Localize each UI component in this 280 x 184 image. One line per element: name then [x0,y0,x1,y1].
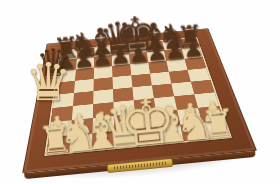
square-f7[interactable]: ♟ [147,51,167,63]
piece-white-king[interactable]: ♚ [117,89,179,157]
square-h7[interactable]: ♟ [182,47,203,59]
plaque-engraving [114,162,166,170]
square-e1[interactable]: ♚ [136,127,161,146]
spare-pieces-tray: ♛ ♛ [0,0,70,120]
scene: ♜♞♝♛♚♝♞♜♟♟♟♟♟♟♟♟♟♟♟♟♟♟♟♟♜♞♝♛♚♝♞♜ ♛ ♛ [0,0,280,184]
board-grid: ♜♞♝♛♚♝♞♜♟♟♟♟♟♟♟♟♟♟♟♟♟♟♟♟♜♞♝♛♚♝♞♜ [46,38,229,155]
piece-black-pawn[interactable]: ♟ [182,37,205,62]
square-g7[interactable]: ♟ [164,49,184,61]
square-e7[interactable]: ♟ [129,52,148,64]
spare-piece-white-queen[interactable]: ♛ [25,56,72,108]
